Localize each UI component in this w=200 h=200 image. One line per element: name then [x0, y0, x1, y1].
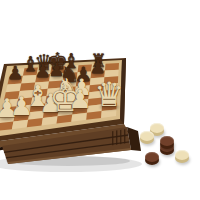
piece-white-pawn-b2[interactable]: ♟ — [10, 94, 33, 120]
checker-disc-brown[interactable] — [160, 136, 174, 146]
piece-white-queen-h2[interactable]: ♛ — [94, 77, 124, 110]
checker-disc-cream[interactable] — [175, 150, 189, 160]
base-fluted-corner — [116, 130, 117, 144]
square-h8[interactable] — [105, 63, 119, 71]
product-photo-chess-set: ♝♛♚♝♜♟♟♟♟♞♟♞♟♝♟♟♟♚♟♛ — [0, 0, 200, 200]
base-fluted-corner — [120, 130, 121, 144]
base-fluted-corner — [124, 129, 125, 143]
checker-disc-brown[interactable] — [145, 152, 159, 162]
base-fluted-corner — [112, 131, 113, 145]
piece-black-pawn-a7[interactable]: ♟ — [7, 64, 23, 82]
checker-disc-cream[interactable] — [150, 123, 164, 133]
checker-disc-cream[interactable] — [140, 131, 154, 141]
piece-white-pawn-f2[interactable]: ♟ — [68, 88, 91, 114]
